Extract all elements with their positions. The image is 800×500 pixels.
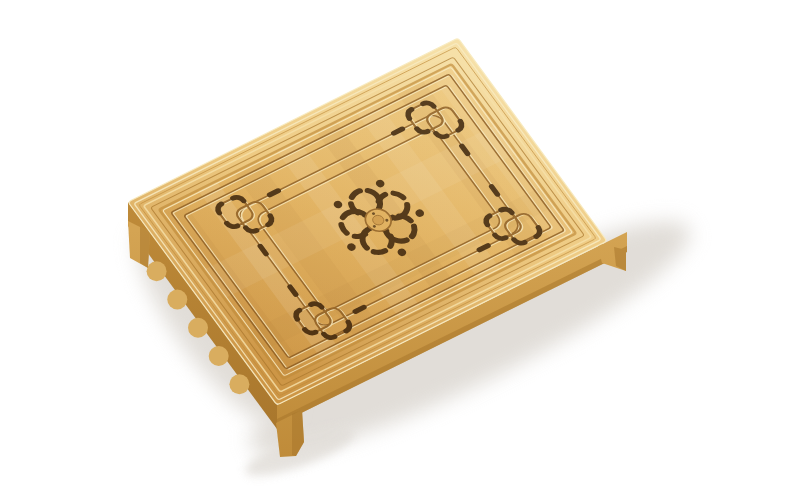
tea-tray-photo bbox=[0, 0, 800, 500]
product-photo-stage bbox=[0, 0, 800, 500]
